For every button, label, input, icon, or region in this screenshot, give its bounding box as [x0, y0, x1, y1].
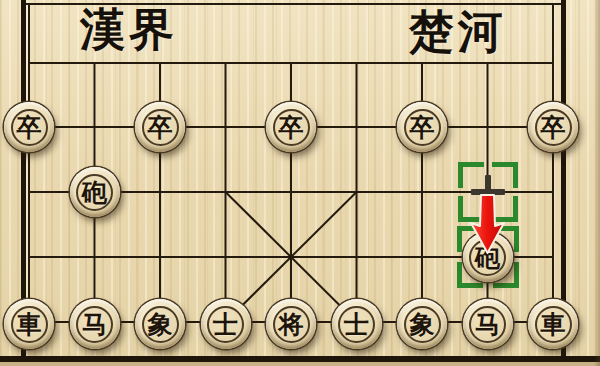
- piece-face: 卒: [11, 109, 48, 146]
- piece-face: 马: [469, 306, 506, 343]
- bracket-corner-icon: [458, 162, 484, 188]
- piece-black-advisor[interactable]: 士: [332, 299, 382, 349]
- piece-glyph: 車: [17, 312, 42, 337]
- piece-face: 卒: [535, 109, 572, 146]
- bracket-corner-icon: [492, 162, 518, 188]
- board-right-edge-shade: [594, 0, 600, 366]
- piece-face: 卒: [404, 109, 441, 146]
- bracket-corner-icon: [458, 196, 484, 222]
- piece-glyph: 砲: [475, 245, 500, 270]
- piece-black-advisor[interactable]: 士: [201, 299, 251, 349]
- piece-black-soldier[interactable]: 卒: [397, 102, 447, 152]
- piece-black-cannon[interactable]: 砲: [463, 232, 513, 282]
- piece-glyph: 士: [344, 312, 369, 337]
- piece-glyph: 马: [475, 312, 500, 337]
- piece-glyph: 卒: [17, 115, 42, 140]
- river-label-left: 漢界: [80, 7, 178, 52]
- xiangqi-board[interactable]: 漢界 楚河 卒卒卒卒卒砲砲車马象士将士象马車: [0, 0, 600, 366]
- piece-black-chariot[interactable]: 車: [528, 299, 578, 349]
- piece-face: 砲: [469, 239, 506, 276]
- piece-glyph: 卒: [148, 115, 173, 140]
- piece-face: 士: [207, 306, 244, 343]
- piece-glyph: 象: [410, 312, 435, 337]
- piece-black-soldier[interactable]: 卒: [4, 102, 54, 152]
- piece-black-elephant[interactable]: 象: [135, 299, 185, 349]
- piece-black-general[interactable]: 将: [266, 299, 316, 349]
- piece-face: 马: [76, 306, 113, 343]
- piece-glyph: 車: [541, 312, 566, 337]
- piece-glyph: 砲: [82, 180, 107, 205]
- piece-black-horse[interactable]: 马: [463, 299, 513, 349]
- piece-black-soldier[interactable]: 卒: [528, 102, 578, 152]
- piece-glyph: 卒: [541, 115, 566, 140]
- piece-face: 車: [535, 306, 572, 343]
- piece-face: 象: [404, 306, 441, 343]
- piece-face: 士: [338, 306, 375, 343]
- piece-black-cannon[interactable]: 砲: [70, 167, 120, 217]
- piece-face: 卒: [142, 109, 179, 146]
- piece-black-soldier[interactable]: 卒: [135, 102, 185, 152]
- piece-face: 砲: [76, 174, 113, 211]
- piece-face: 車: [11, 306, 48, 343]
- piece-black-horse[interactable]: 马: [70, 299, 120, 349]
- piece-black-soldier[interactable]: 卒: [266, 102, 316, 152]
- piece-glyph: 卒: [410, 115, 435, 140]
- move-from-marker: [458, 162, 518, 222]
- piece-face: 卒: [273, 109, 310, 146]
- piece-black-elephant[interactable]: 象: [397, 299, 447, 349]
- piece-glyph: 卒: [279, 115, 304, 140]
- bracket-corner-icon: [492, 196, 518, 222]
- piece-glyph: 象: [148, 312, 173, 337]
- piece-glyph: 马: [82, 312, 107, 337]
- piece-face: 将: [273, 306, 310, 343]
- river-label-right: 楚河: [409, 9, 507, 54]
- piece-glyph: 将: [279, 312, 304, 337]
- piece-face: 象: [142, 306, 179, 343]
- piece-glyph: 士: [213, 312, 238, 337]
- piece-black-chariot[interactable]: 車: [4, 299, 54, 349]
